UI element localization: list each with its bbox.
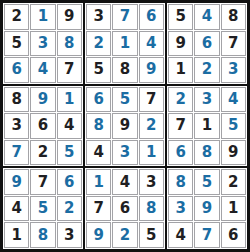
cell-r2c7[interactable]: 9 <box>168 31 193 57</box>
cell-r6c5[interactable]: 3 <box>112 140 137 166</box>
cell-r3c1[interactable]: 6 <box>4 57 29 83</box>
cell-r6c6[interactable]: 1 <box>139 140 164 166</box>
box-r1c2: 376214589 <box>84 2 166 85</box>
cell-r9c3[interactable]: 3 <box>57 222 82 248</box>
cell-r1c8[interactable]: 4 <box>194 4 219 30</box>
cell-r1c2[interactable]: 1 <box>30 4 55 30</box>
cell-r1c4[interactable]: 3 <box>86 4 111 30</box>
cell-r4c7[interactable]: 2 <box>168 87 193 113</box>
cell-r9c6[interactable]: 5 <box>139 222 164 248</box>
cell-r4c2[interactable]: 9 <box>30 87 55 113</box>
cell-r7c8[interactable]: 5 <box>194 169 219 195</box>
cell-r6c9[interactable]: 9 <box>221 140 246 166</box>
cell-r4c1[interactable]: 8 <box>4 87 29 113</box>
cell-r2c1[interactable]: 5 <box>4 31 29 57</box>
cell-r7c6[interactable]: 3 <box>139 169 164 195</box>
cell-r9c4[interactable]: 9 <box>86 222 111 248</box>
cell-r8c6[interactable]: 8 <box>139 196 164 222</box>
box-r1c1: 219538647 <box>2 2 84 85</box>
cell-r9c1[interactable]: 1 <box>4 222 29 248</box>
cell-r5c6[interactable]: 2 <box>139 113 164 139</box>
box-r2c3: 234715689 <box>166 85 248 168</box>
cell-r2c3[interactable]: 8 <box>57 31 82 57</box>
cell-r8c2[interactable]: 5 <box>30 196 55 222</box>
cell-r9c5[interactable]: 2 <box>112 222 137 248</box>
cell-r4c3[interactable]: 1 <box>57 87 82 113</box>
cell-r6c4[interactable]: 4 <box>86 140 111 166</box>
cell-r5c9[interactable]: 5 <box>221 113 246 139</box>
cell-r9c8[interactable]: 7 <box>194 222 219 248</box>
cell-r9c9[interactable]: 6 <box>221 222 246 248</box>
box-r3c2: 143768925 <box>84 167 166 250</box>
cell-r6c3[interactable]: 5 <box>57 140 82 166</box>
cell-r1c9[interactable]: 8 <box>221 4 246 30</box>
cell-r7c2[interactable]: 7 <box>30 169 55 195</box>
cell-r3c7[interactable]: 1 <box>168 57 193 83</box>
cell-r3c5[interactable]: 8 <box>112 57 137 83</box>
cell-r4c6[interactable]: 7 <box>139 87 164 113</box>
cell-r2c5[interactable]: 1 <box>112 31 137 57</box>
cell-r8c7[interactable]: 3 <box>168 196 193 222</box>
cell-r5c8[interactable]: 1 <box>194 113 219 139</box>
cell-r6c8[interactable]: 8 <box>194 140 219 166</box>
box-r1c3: 548967123 <box>166 2 248 85</box>
cell-r4c8[interactable]: 3 <box>194 87 219 113</box>
cell-r8c9[interactable]: 1 <box>221 196 246 222</box>
cell-r4c4[interactable]: 6 <box>86 87 111 113</box>
cell-r8c4[interactable]: 7 <box>86 196 111 222</box>
cell-r9c7[interactable]: 4 <box>168 222 193 248</box>
cell-r1c3[interactable]: 9 <box>57 4 82 30</box>
cell-r4c9[interactable]: 4 <box>221 87 246 113</box>
cell-r9c2[interactable]: 8 <box>30 222 55 248</box>
cell-r8c5[interactable]: 6 <box>112 196 137 222</box>
cell-r7c7[interactable]: 8 <box>168 169 193 195</box>
cell-r5c4[interactable]: 8 <box>86 113 111 139</box>
cell-r2c4[interactable]: 2 <box>86 31 111 57</box>
cell-r6c1[interactable]: 7 <box>4 140 29 166</box>
cell-r5c7[interactable]: 7 <box>168 113 193 139</box>
cell-r2c9[interactable]: 7 <box>221 31 246 57</box>
cell-r4c5[interactable]: 5 <box>112 87 137 113</box>
cell-r1c5[interactable]: 7 <box>112 4 137 30</box>
cell-r5c2[interactable]: 6 <box>30 113 55 139</box>
cell-r3c4[interactable]: 5 <box>86 57 111 83</box>
cell-r7c4[interactable]: 1 <box>86 169 111 195</box>
box-r3c1: 976452183 <box>2 167 84 250</box>
cell-r3c2[interactable]: 4 <box>30 57 55 83</box>
cell-r7c3[interactable]: 6 <box>57 169 82 195</box>
cell-r6c2[interactable]: 2 <box>30 140 55 166</box>
cell-r5c5[interactable]: 9 <box>112 113 137 139</box>
cell-r8c3[interactable]: 2 <box>57 196 82 222</box>
cell-r6c7[interactable]: 6 <box>168 140 193 166</box>
cell-r7c9[interactable]: 2 <box>221 169 246 195</box>
box-r3c3: 852391476 <box>166 167 248 250</box>
cell-r2c2[interactable]: 3 <box>30 31 55 57</box>
cell-r7c5[interactable]: 4 <box>112 169 137 195</box>
box-r2c1: 891364725 <box>2 85 84 168</box>
cell-r5c3[interactable]: 4 <box>57 113 82 139</box>
cell-r8c1[interactable]: 4 <box>4 196 29 222</box>
cell-r3c3[interactable]: 7 <box>57 57 82 83</box>
cell-r3c6[interactable]: 9 <box>139 57 164 83</box>
cell-r2c6[interactable]: 4 <box>139 31 164 57</box>
cell-r5c1[interactable]: 3 <box>4 113 29 139</box>
cell-r8c8[interactable]: 9 <box>194 196 219 222</box>
cell-r2c8[interactable]: 6 <box>194 31 219 57</box>
cell-r1c6[interactable]: 6 <box>139 4 164 30</box>
cell-r3c9[interactable]: 3 <box>221 57 246 83</box>
box-r2c2: 657892431 <box>84 85 166 168</box>
sudoku-board: 219538647 376214589 548967123 891364725 … <box>0 0 250 252</box>
cell-r7c1[interactable]: 9 <box>4 169 29 195</box>
cell-r3c8[interactable]: 2 <box>194 57 219 83</box>
cell-r1c1[interactable]: 2 <box>4 4 29 30</box>
cell-r1c7[interactable]: 5 <box>168 4 193 30</box>
